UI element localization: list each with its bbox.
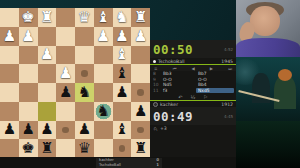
white-bishop-b3[interactable]: ♝ bbox=[115, 47, 128, 62]
square-b8[interactable] bbox=[113, 139, 132, 158]
square-b3[interactable]: ♝ bbox=[113, 46, 132, 65]
black-pawn-h7[interactable]: ♟ bbox=[3, 122, 16, 137]
first-move-icon[interactable]: ⏮ bbox=[173, 66, 177, 71]
resign-flag-icon[interactable]: ⚐ bbox=[203, 94, 207, 100]
square-c7[interactable] bbox=[94, 121, 113, 140]
square-h7[interactable]: ♟ bbox=[0, 121, 19, 140]
material-advantage-value: +3 bbox=[160, 126, 167, 131]
square-e6[interactable] bbox=[56, 102, 75, 121]
webcam-shirt bbox=[236, 38, 300, 57]
square-a6[interactable]: ♟ bbox=[131, 102, 150, 121]
black-clock: 00:49 bbox=[153, 109, 193, 124]
square-e3[interactable] bbox=[56, 46, 75, 65]
black-bishop-b4[interactable]: ♝ bbox=[115, 66, 128, 81]
artwork-figure-hair bbox=[278, 69, 292, 81]
black-move[interactable]: Bb7 bbox=[196, 71, 234, 76]
material-advantage: ♘ +3 bbox=[150, 125, 236, 132]
white-clock-row: 00:50 4:52 bbox=[150, 40, 236, 58]
square-a5[interactable] bbox=[131, 83, 150, 102]
square-e5[interactable]: ♟ bbox=[56, 83, 75, 102]
black-knight-d5[interactable]: ♞ bbox=[78, 85, 91, 100]
white-player-row: TschokoBall 1945 bbox=[150, 58, 236, 65]
white-move[interactable]: Nd5 bbox=[161, 82, 196, 87]
black-player-row: kachker 1912 bbox=[150, 100, 236, 107]
black-move[interactable]: Bb4 bbox=[196, 82, 234, 87]
square-e4[interactable]: ♟ bbox=[56, 64, 75, 83]
streamer-webcam bbox=[236, 0, 300, 57]
square-d5[interactable]: ♞ bbox=[75, 83, 94, 102]
black-pawn-d7[interactable]: ♟ bbox=[78, 122, 91, 137]
square-h8[interactable] bbox=[0, 139, 19, 158]
white-move[interactable]: Bb3 bbox=[161, 71, 196, 76]
square-g5[interactable] bbox=[19, 83, 38, 102]
takeback-icon[interactable]: ↶ bbox=[178, 94, 182, 100]
black-pawn-e5[interactable]: ♟ bbox=[59, 85, 72, 100]
square-c5[interactable] bbox=[94, 83, 113, 102]
square-a8[interactable]: ♜ bbox=[131, 139, 150, 158]
square-a7[interactable] bbox=[131, 121, 150, 140]
square-h6[interactable] bbox=[0, 102, 19, 121]
last-move-icon[interactable]: ⏭ bbox=[228, 66, 232, 71]
white-pawn-a2[interactable]: ♟ bbox=[134, 29, 147, 44]
game-panel: 00:50 4:52 TschokoBall 1945 ≡⏮◀▶⏭ 8Bb3Bb… bbox=[150, 40, 236, 157]
black-move[interactable]: O-O bbox=[196, 77, 234, 82]
square-h1[interactable] bbox=[0, 8, 19, 27]
white-time-used: 4:52 bbox=[224, 47, 233, 52]
square-e1[interactable] bbox=[56, 8, 75, 27]
square-c3[interactable] bbox=[94, 46, 113, 65]
square-c1[interactable]: ♝ bbox=[94, 8, 113, 27]
black-rook-a8[interactable]: ♜ bbox=[134, 141, 147, 156]
menu-icon[interactable]: ≡ bbox=[154, 66, 158, 71]
square-b7[interactable]: ♝ bbox=[113, 121, 132, 140]
white-player-rating: 1945 bbox=[221, 59, 233, 64]
square-a2[interactable]: ♟ bbox=[131, 27, 150, 46]
white-pawn-b2[interactable]: ♟ bbox=[115, 29, 128, 44]
white-rook-a1[interactable]: ♜ bbox=[134, 10, 147, 25]
black-queen-d8[interactable]: ♛ bbox=[78, 141, 91, 156]
square-g8[interactable]: ♚ bbox=[19, 139, 38, 158]
white-color-dot-icon bbox=[153, 60, 156, 63]
square-d3[interactable] bbox=[75, 46, 94, 65]
move-number: 11 bbox=[150, 88, 161, 93]
background-gradient bbox=[236, 121, 300, 168]
black-time-used: 4:45 bbox=[224, 114, 233, 119]
square-g3[interactable] bbox=[19, 46, 38, 65]
square-f2[interactable] bbox=[38, 27, 57, 46]
black-clock-row: 00:49 4:45 bbox=[150, 107, 236, 125]
scoreboard-row: TschokoBall 1 bbox=[99, 163, 159, 168]
square-f6[interactable] bbox=[38, 102, 57, 121]
square-d2[interactable] bbox=[75, 27, 94, 46]
white-pawn-f3[interactable]: ♟ bbox=[40, 47, 53, 62]
game-action-bar: ↶½⚐ bbox=[150, 93, 236, 100]
move-number: 8 bbox=[150, 71, 161, 76]
square-g4[interactable] bbox=[19, 64, 38, 83]
square-d8[interactable]: ♛ bbox=[75, 139, 94, 158]
white-pawn-g2[interactable]: ♟ bbox=[21, 29, 34, 44]
stream-sidebar bbox=[236, 0, 300, 168]
black-king-g8[interactable]: ♚ bbox=[21, 141, 34, 156]
square-d1[interactable]: ♛ bbox=[75, 8, 94, 27]
chess-board[interactable]: ♚♜♛♝♞♜♟♟♟♟♟♟♝♟♝♟♞♟♞♟♟♟♟♟♝♚♜♛♜ bbox=[0, 8, 150, 158]
square-f5[interactable] bbox=[38, 83, 57, 102]
square-d4[interactable] bbox=[75, 64, 94, 83]
square-g6[interactable] bbox=[19, 102, 38, 121]
square-f4[interactable] bbox=[38, 64, 57, 83]
square-h5[interactable] bbox=[0, 83, 19, 102]
white-pawn-h2[interactable]: ♟ bbox=[3, 29, 16, 44]
black-color-dot-icon bbox=[153, 102, 158, 107]
matchup-scoreboard: kachker 0 TschokoBall 1 bbox=[96, 158, 162, 168]
white-bishop-c1[interactable]: ♝ bbox=[96, 10, 109, 25]
black-pawn-f7[interactable]: ♟ bbox=[40, 122, 53, 137]
square-d6[interactable] bbox=[75, 102, 94, 121]
white-king-g1[interactable]: ♚ bbox=[21, 10, 34, 25]
white-pawn-e4[interactable]: ♟ bbox=[59, 66, 72, 81]
white-clock: 00:50 bbox=[153, 42, 193, 57]
square-a3[interactable] bbox=[131, 46, 150, 65]
square-a4[interactable] bbox=[131, 64, 150, 83]
square-e7[interactable] bbox=[56, 121, 75, 140]
black-pawn-a6[interactable]: ♟ bbox=[134, 104, 147, 119]
scoreboard-name: TschokoBall bbox=[99, 163, 121, 168]
square-b5[interactable]: ♟ bbox=[113, 83, 132, 102]
white-rook-f1[interactable]: ♜ bbox=[40, 10, 53, 25]
square-f1[interactable]: ♜ bbox=[38, 8, 57, 27]
square-h3[interactable] bbox=[0, 46, 19, 65]
stream-layout: ♚♜♛♝♞♜♟♟♟♟♟♟♝♟♝♟♞♟♞♟♟♟♟♟♝♚♜♛♜ 00:50 4:52… bbox=[0, 0, 300, 168]
square-a1[interactable]: ♜ bbox=[131, 8, 150, 27]
square-h2[interactable]: ♟ bbox=[0, 27, 19, 46]
move-row-11: 11f3Nxd5 bbox=[150, 88, 236, 94]
square-c2[interactable]: ♟ bbox=[94, 27, 113, 46]
black-player-name[interactable]: kachker bbox=[153, 102, 178, 107]
move-number: 9 bbox=[150, 77, 161, 82]
black-rook-f8[interactable]: ♜ bbox=[40, 141, 53, 156]
black-knight-c6[interactable]: ♞ bbox=[96, 104, 109, 119]
black-pawn-g7[interactable]: ♟ bbox=[21, 122, 34, 137]
square-e2[interactable] bbox=[56, 27, 75, 46]
bottom-bar: kachker 0 TschokoBall 1 bbox=[0, 157, 236, 168]
move-list[interactable]: 8Bb3Bb79O-OO-O10Nd5Bb411f3Nxd5 bbox=[150, 71, 236, 93]
square-g2[interactable]: ♟ bbox=[19, 27, 38, 46]
square-g1[interactable]: ♚ bbox=[19, 8, 38, 27]
square-c6[interactable]: ♞ bbox=[94, 102, 113, 121]
black-bishop-b7[interactable]: ♝ bbox=[115, 122, 128, 137]
move-row-9: 9O-OO-O bbox=[150, 77, 236, 83]
next-move-icon[interactable]: ▶ bbox=[210, 66, 213, 71]
scoreboard-score: 1 bbox=[157, 163, 159, 168]
square-c4[interactable] bbox=[94, 64, 113, 83]
white-move[interactable]: O-O bbox=[161, 77, 196, 82]
white-pawn-c2[interactable]: ♟ bbox=[96, 29, 109, 44]
white-queen-d1[interactable]: ♛ bbox=[78, 10, 91, 25]
square-e8[interactable] bbox=[56, 139, 75, 158]
square-b1[interactable]: ♞ bbox=[113, 8, 132, 27]
move-row-10: 10Nd5Bb4 bbox=[150, 82, 236, 88]
move-number: 10 bbox=[150, 82, 161, 87]
square-h4[interactable] bbox=[0, 64, 19, 83]
white-knight-b1[interactable]: ♞ bbox=[115, 10, 128, 25]
square-f3[interactable]: ♟ bbox=[38, 46, 57, 65]
square-b4[interactable]: ♝ bbox=[113, 64, 132, 83]
move-row-8: 8Bb3Bb7 bbox=[150, 71, 236, 77]
square-b2[interactable]: ♟ bbox=[113, 27, 132, 46]
square-b6[interactable] bbox=[113, 102, 132, 121]
background-artwork bbox=[236, 57, 300, 121]
knight-icon: ♘ bbox=[153, 126, 158, 132]
white-move[interactable]: f3 bbox=[161, 88, 196, 93]
white-player-name[interactable]: TschokoBall bbox=[153, 59, 185, 64]
square-d7[interactable]: ♟ bbox=[75, 121, 94, 140]
black-pawn-b5[interactable]: ♟ bbox=[115, 85, 128, 100]
square-c8[interactable] bbox=[94, 139, 113, 158]
square-f8[interactable]: ♜ bbox=[38, 139, 57, 158]
draw-offer-icon[interactable]: ½ bbox=[190, 94, 195, 100]
square-f7[interactable]: ♟ bbox=[38, 121, 57, 140]
black-move[interactable]: Nxd5 bbox=[196, 88, 234, 93]
square-g7[interactable]: ♟ bbox=[19, 121, 38, 140]
black-player-rating: 1912 bbox=[221, 102, 233, 107]
prev-move-icon[interactable]: ◀ bbox=[192, 66, 195, 71]
